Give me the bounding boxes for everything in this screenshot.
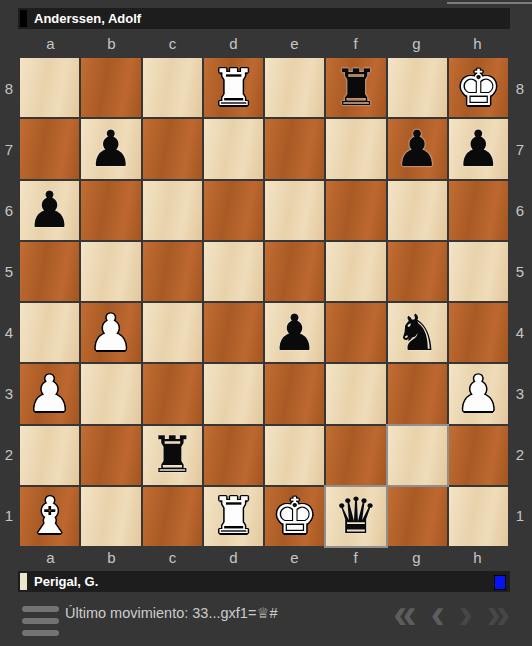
- rank-label-5: 5: [0, 241, 18, 302]
- black-color-indicator: [20, 10, 27, 27]
- file-label-h: h: [447, 548, 508, 568]
- square-a2[interactable]: [20, 426, 79, 485]
- square-c7[interactable]: [143, 119, 202, 178]
- file-label-a: a: [20, 548, 81, 568]
- piece-black-pawn[interactable]: ♟: [27, 185, 72, 235]
- square-e1[interactable]: ♚: [265, 487, 324, 546]
- menu-bar-line: [22, 606, 59, 612]
- rank-label-2: 2: [0, 424, 18, 485]
- player-name-white: Perigal, G.: [34, 574, 98, 589]
- square-h4[interactable]: [449, 303, 508, 362]
- square-f8[interactable]: ♜: [326, 58, 385, 117]
- square-b6[interactable]: [81, 181, 140, 240]
- piece-black-queen[interactable]: ♛: [333, 491, 378, 541]
- piece-white-king[interactable]: ♚: [272, 491, 317, 541]
- square-d4[interactable]: [204, 303, 263, 362]
- bottom-control-bar: Último movimiento: 33...gxf1=♕# «‹›»: [0, 594, 532, 646]
- square-g1[interactable]: [388, 487, 447, 546]
- square-e4[interactable]: ♟: [265, 303, 324, 362]
- square-g4[interactable]: ♞: [388, 303, 447, 362]
- piece-white-pawn[interactable]: ♟: [27, 369, 72, 419]
- square-c6[interactable]: [143, 181, 202, 240]
- piece-black-pawn[interactable]: ♟: [88, 124, 133, 174]
- square-f6[interactable]: [326, 181, 385, 240]
- rank-labels-left: 87654321: [0, 58, 18, 546]
- square-b4[interactable]: ♟: [81, 303, 140, 362]
- file-label-h: h: [447, 34, 508, 54]
- file-label-f: f: [325, 34, 386, 54]
- rank-label-5: 5: [511, 241, 529, 302]
- square-d3[interactable]: [204, 364, 263, 423]
- square-g3[interactable]: [388, 364, 447, 423]
- square-b8[interactable]: [81, 58, 140, 117]
- square-f7[interactable]: [326, 119, 385, 178]
- piece-black-pawn[interactable]: ♟: [395, 124, 440, 174]
- rank-label-8: 8: [0, 58, 18, 119]
- square-a3[interactable]: ♟: [20, 364, 79, 423]
- piece-black-rook[interactable]: ♜: [333, 63, 378, 113]
- piece-white-pawn[interactable]: ♟: [456, 369, 501, 419]
- player-name-black: Anderssen, Adolf: [34, 11, 141, 26]
- piece-black-pawn[interactable]: ♟: [272, 308, 317, 358]
- square-e8[interactable]: [265, 58, 324, 117]
- move-navigation: «‹›»: [393, 586, 510, 642]
- square-b3[interactable]: [81, 364, 140, 423]
- white-color-indicator: [20, 573, 27, 590]
- chess-app-window: Anderssen, Adolf abcdefgh 87654321 ♜♜♚♟♟…: [0, 0, 532, 646]
- nav-forward-to-end-button[interactable]: »: [487, 586, 510, 642]
- rank-label-7: 7: [511, 119, 529, 180]
- rank-label-2: 2: [511, 424, 529, 485]
- square-g7[interactable]: ♟: [388, 119, 447, 178]
- nav-back-button[interactable]: ‹: [431, 586, 445, 642]
- square-a5[interactable]: [20, 242, 79, 301]
- square-a1[interactable]: ♝: [20, 487, 79, 546]
- rank-label-4: 4: [511, 302, 529, 363]
- piece-black-pawn[interactable]: ♟: [456, 124, 501, 174]
- square-d8[interactable]: ♜: [204, 58, 263, 117]
- square-a6[interactable]: ♟: [20, 181, 79, 240]
- rank-label-6: 6: [0, 180, 18, 241]
- square-c8[interactable]: [143, 58, 202, 117]
- file-labels-top: abcdefgh: [20, 34, 508, 54]
- square-a4[interactable]: [20, 303, 79, 362]
- square-f4[interactable]: [326, 303, 385, 362]
- square-f3[interactable]: [326, 364, 385, 423]
- square-e6[interactable]: [265, 181, 324, 240]
- player-bar-black: Anderssen, Adolf: [18, 8, 510, 29]
- square-c2[interactable]: ♜: [143, 426, 202, 485]
- square-f5[interactable]: [326, 242, 385, 301]
- square-b1[interactable]: [81, 487, 140, 546]
- top-scrollbar-line: [447, 2, 532, 4]
- square-d7[interactable]: [204, 119, 263, 178]
- square-d5[interactable]: [204, 242, 263, 301]
- chess-board[interactable]: ♜♜♚♟♟♟♟♟♟♞♟♟♜♝♜♚♛: [20, 58, 508, 546]
- square-h3[interactable]: ♟: [449, 364, 508, 423]
- square-h6[interactable]: [449, 181, 508, 240]
- rank-label-8: 8: [511, 58, 529, 119]
- square-f1[interactable]: ♛: [326, 487, 385, 546]
- file-label-b: b: [81, 548, 142, 568]
- piece-white-rook[interactable]: ♜: [211, 63, 256, 113]
- rank-label-4: 4: [0, 302, 18, 363]
- square-h1[interactable]: [449, 487, 508, 546]
- file-label-g: g: [386, 548, 447, 568]
- square-f2[interactable]: [326, 426, 385, 485]
- last-move-text: Último movimiento: 33...gxf1=♕#: [65, 603, 277, 623]
- square-e3[interactable]: [265, 364, 324, 423]
- file-label-a: a: [20, 34, 81, 54]
- file-label-f: f: [325, 548, 386, 568]
- square-b5[interactable]: [81, 242, 140, 301]
- piece-white-pawn[interactable]: ♟: [88, 308, 133, 358]
- rank-label-3: 3: [0, 363, 18, 424]
- file-label-d: d: [203, 34, 264, 54]
- square-g2[interactable]: [388, 426, 447, 485]
- file-labels-bottom: abcdefgh: [20, 548, 508, 568]
- square-c4[interactable]: [143, 303, 202, 362]
- piece-white-king[interactable]: ♚: [456, 63, 501, 113]
- square-d2[interactable]: [204, 426, 263, 485]
- nav-forward-button[interactable]: ›: [459, 586, 473, 642]
- file-label-b: b: [81, 34, 142, 54]
- square-g6[interactable]: [388, 181, 447, 240]
- nav-back-to-start-button[interactable]: «: [393, 586, 416, 642]
- menu-icon[interactable]: [22, 606, 59, 636]
- rank-label-7: 7: [0, 119, 18, 180]
- square-g8[interactable]: [388, 58, 447, 117]
- square-h8[interactable]: ♚: [449, 58, 508, 117]
- piece-black-rook[interactable]: ♜: [150, 430, 195, 480]
- piece-white-rook[interactable]: ♜: [211, 491, 256, 541]
- square-c1[interactable]: [143, 487, 202, 546]
- square-e2[interactable]: [265, 426, 324, 485]
- square-h7[interactable]: ♟: [449, 119, 508, 178]
- square-c3[interactable]: [143, 364, 202, 423]
- file-label-d: d: [203, 548, 264, 568]
- file-label-g: g: [386, 34, 447, 54]
- piece-white-bishop[interactable]: ♝: [27, 491, 72, 541]
- square-e5[interactable]: [265, 242, 324, 301]
- rank-label-1: 1: [0, 485, 18, 546]
- menu-bar-line: [22, 618, 59, 624]
- square-c5[interactable]: [143, 242, 202, 301]
- rank-label-6: 6: [511, 180, 529, 241]
- rank-labels-right: 87654321: [511, 58, 529, 546]
- square-a8[interactable]: [20, 58, 79, 117]
- file-label-e: e: [264, 34, 325, 54]
- square-h5[interactable]: [449, 242, 508, 301]
- file-label-c: c: [142, 548, 203, 568]
- menu-bar-line: [22, 630, 59, 636]
- piece-black-knight[interactable]: ♞: [395, 308, 440, 358]
- square-b2[interactable]: [81, 426, 140, 485]
- square-b7[interactable]: ♟: [81, 119, 140, 178]
- file-label-e: e: [264, 548, 325, 568]
- rank-label-3: 3: [511, 363, 529, 424]
- square-a7[interactable]: [20, 119, 79, 178]
- rank-label-1: 1: [511, 485, 529, 546]
- square-e7[interactable]: [265, 119, 324, 178]
- square-g5[interactable]: [388, 242, 447, 301]
- square-d6[interactable]: [204, 181, 263, 240]
- square-d1[interactable]: ♜: [204, 487, 263, 546]
- square-h2[interactable]: [449, 426, 508, 485]
- file-label-c: c: [142, 34, 203, 54]
